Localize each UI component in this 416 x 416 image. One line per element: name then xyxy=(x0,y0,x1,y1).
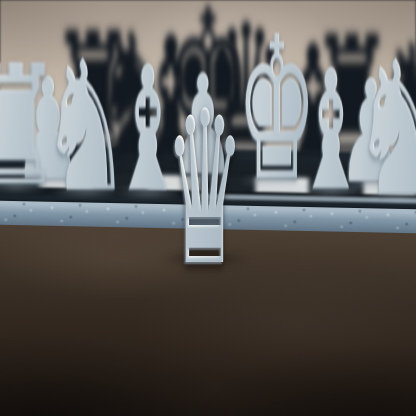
foreground-white-queen-layer: ♛ xyxy=(0,0,416,416)
chess-set-photo-scene: ♜♞♝♚♛♝♜♞ ♜♟♞♝♟♚♝♟♞ ♛ xyxy=(0,0,416,416)
white-queen-foreground: ♛ xyxy=(165,83,245,295)
